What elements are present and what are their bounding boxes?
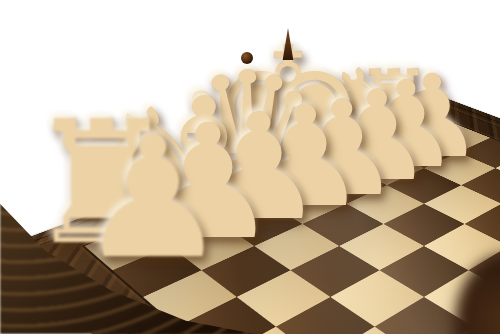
piece-white-pawn-a2[interactable]: ♟ [78,114,229,282]
chess-photo-scene: ♜♞♝♛♚♝♞♜♟♟♟♟♟♟♟♟ [0,0,500,334]
queen-bead-finial [241,52,253,64]
